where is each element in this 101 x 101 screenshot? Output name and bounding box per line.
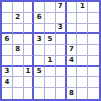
cell-r9c4[interactable]: [34, 88, 45, 99]
cell-r6c9[interactable]: [88, 56, 99, 67]
given-digit-r7c4[interactable]: 5: [34, 67, 45, 78]
cell-r3c2[interactable]: [13, 24, 24, 35]
cell-r3c4[interactable]: [34, 24, 45, 35]
cell-r1c5[interactable]: [45, 2, 56, 13]
cell-r5c5[interactable]: [45, 45, 56, 56]
given-digit-r4c1[interactable]: 6: [2, 34, 13, 45]
given-digit-r7c3[interactable]: 1: [24, 67, 35, 78]
cell-r8c9[interactable]: [88, 77, 99, 88]
cell-r9c8[interactable]: [77, 88, 88, 99]
cell-r4c8[interactable]: [77, 34, 88, 45]
cell-r3c9[interactable]: [88, 24, 99, 35]
cell-r7c8[interactable]: [77, 67, 88, 78]
cell-r1c3[interactable]: [24, 2, 35, 13]
cell-r5c1[interactable]: [2, 45, 13, 56]
cell-r3c1[interactable]: [2, 24, 13, 35]
cell-r3c5[interactable]: [45, 24, 56, 35]
cell-r1c7[interactable]: [67, 2, 78, 13]
cell-r3c7[interactable]: [67, 24, 78, 35]
cell-r9c6[interactable]: [56, 88, 67, 99]
cell-r6c2[interactable]: [13, 56, 24, 67]
given-digit-r5c7[interactable]: 7: [67, 45, 78, 56]
cell-r2c9[interactable]: [88, 13, 99, 24]
given-digit-r4c4[interactable]: 3: [34, 34, 45, 45]
cell-r5c4[interactable]: [34, 45, 45, 56]
given-digit-r8c1[interactable]: 4: [2, 77, 13, 88]
cell-r9c2[interactable]: [13, 88, 24, 99]
cell-r8c8[interactable]: [77, 77, 88, 88]
cell-r2c3[interactable]: [24, 13, 35, 24]
cell-r9c3[interactable]: [24, 88, 35, 99]
cell-r6c3[interactable]: [24, 56, 35, 67]
cell-r1c9[interactable]: [88, 2, 99, 13]
cell-r2c7[interactable]: [67, 13, 78, 24]
given-digit-r1c8[interactable]: 1: [77, 2, 88, 13]
given-digit-r2c2[interactable]: 2: [13, 13, 24, 24]
cell-r8c2[interactable]: [13, 77, 24, 88]
given-digit-r4c5[interactable]: 5: [45, 34, 56, 45]
cell-r7c2[interactable]: [13, 67, 24, 78]
given-digit-r9c7[interactable]: 8: [67, 88, 78, 99]
cell-r9c1[interactable]: [2, 88, 13, 99]
given-digit-r2c4[interactable]: 6: [34, 13, 45, 24]
cell-r6c6[interactable]: [56, 56, 67, 67]
cell-r3c3[interactable]: [24, 24, 35, 35]
cell-r1c2[interactable]: [13, 2, 24, 13]
cell-r3c8[interactable]: [77, 24, 88, 35]
cell-r8c3[interactable]: [24, 77, 35, 88]
given-digit-r1c6[interactable]: 7: [56, 2, 67, 13]
sudoku-board: 71263635871431548: [0, 0, 101, 101]
cell-r5c8[interactable]: [77, 45, 88, 56]
cell-r8c4[interactable]: [34, 77, 45, 88]
cell-r8c6[interactable]: [56, 77, 67, 88]
given-digit-r6c7[interactable]: 4: [67, 56, 78, 67]
cell-r7c7[interactable]: [67, 67, 78, 78]
cell-r5c6[interactable]: [56, 45, 67, 56]
given-digit-r3c6[interactable]: 3: [56, 24, 67, 35]
cell-r5c3[interactable]: [24, 45, 35, 56]
cell-r2c6[interactable]: [56, 13, 67, 24]
cell-r2c8[interactable]: [77, 13, 88, 24]
cell-r6c4[interactable]: [34, 56, 45, 67]
cell-r7c5[interactable]: [45, 67, 56, 78]
cell-r6c8[interactable]: [77, 56, 88, 67]
cell-r8c7[interactable]: [67, 77, 78, 88]
given-digit-r7c1[interactable]: 3: [2, 67, 13, 78]
cell-r1c1[interactable]: [2, 2, 13, 13]
cell-r1c4[interactable]: [34, 2, 45, 13]
cell-r4c3[interactable]: [24, 34, 35, 45]
given-digit-r5c2[interactable]: 8: [13, 45, 24, 56]
cell-r4c9[interactable]: [88, 34, 99, 45]
cell-r8c5[interactable]: [45, 77, 56, 88]
cell-r5c9[interactable]: [88, 45, 99, 56]
cell-r7c9[interactable]: [88, 67, 99, 78]
cell-r7c6[interactable]: [56, 67, 67, 78]
given-digit-r6c5[interactable]: 1: [45, 56, 56, 67]
cell-r4c6[interactable]: [56, 34, 67, 45]
cell-r6c1[interactable]: [2, 56, 13, 67]
cell-r9c5[interactable]: [45, 88, 56, 99]
cell-r2c1[interactable]: [2, 13, 13, 24]
cell-r2c5[interactable]: [45, 13, 56, 24]
cell-r4c2[interactable]: [13, 34, 24, 45]
cell-r9c9[interactable]: [88, 88, 99, 99]
cell-r4c7[interactable]: [67, 34, 78, 45]
